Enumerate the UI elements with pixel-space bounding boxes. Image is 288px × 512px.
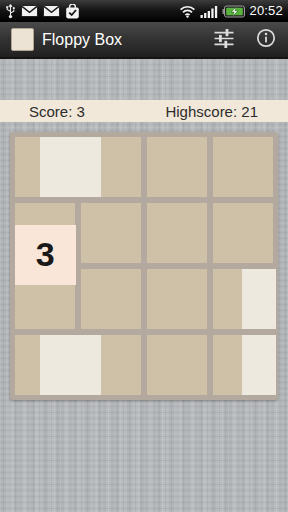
mail-icon [43,5,60,17]
settings-sliders-button[interactable] [210,25,238,55]
wifi-icon [179,5,196,18]
phone-screen: 20:52 Floppy Box [0,0,288,512]
signal-strength-icon [200,5,218,18]
board-cell [81,203,141,263]
download-check-icon [65,4,80,19]
game-board[interactable]: 3 [10,132,278,400]
score-bar: Score: 3 Highscore: 21 [0,100,288,122]
moving-box [242,335,276,395]
mail-icon [21,5,38,17]
clock: 20:52 [249,0,283,22]
player-box[interactable]: 3 [15,225,76,285]
usb-icon [5,3,16,19]
moving-box [242,269,276,329]
highscore-text: Highscore: 21 [165,103,258,120]
app-title: Floppy Box [42,31,122,49]
moving-box [40,137,101,197]
battery-charging-icon [222,5,245,18]
board-cell [147,269,207,329]
sliders-icon [213,28,235,52]
score-text: Score: 3 [29,103,85,120]
board-cell [147,335,207,395]
notification-icons [5,3,80,19]
board-cell [147,137,207,197]
board-cell [81,269,141,329]
board-cell [213,137,273,197]
status-bar[interactable]: 20:52 [0,0,288,22]
board-cell [213,203,273,263]
moving-box [40,335,101,395]
system-status-icons: 20:52 [179,0,283,22]
app-icon [11,28,34,51]
board-cell [147,203,207,263]
info-icon [256,28,276,51]
info-button[interactable] [252,25,280,55]
app-bar: Floppy Box [0,22,288,59]
